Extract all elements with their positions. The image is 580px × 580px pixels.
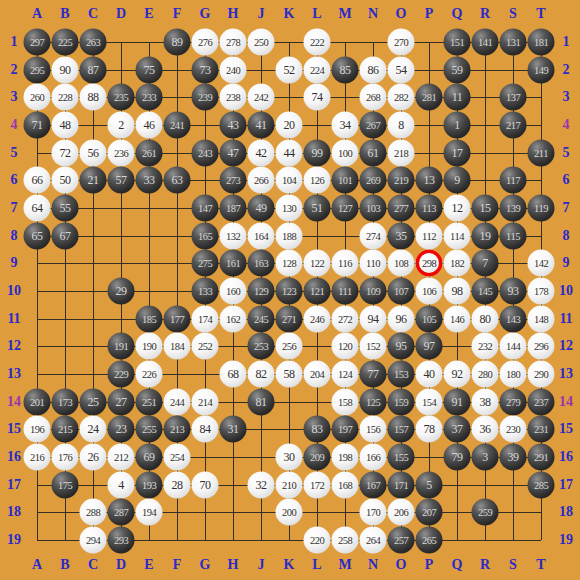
stone-K9[interactable]: 128 — [276, 250, 303, 277]
stone-O15[interactable]: 157 — [388, 416, 415, 443]
stone-J10[interactable]: 129 — [248, 277, 275, 304]
stone-N16[interactable]: 166 — [360, 443, 387, 470]
column-label-top: K — [284, 7, 295, 21]
stone-P12[interactable]: 97 — [416, 333, 443, 360]
row-label-left: 7 — [11, 201, 18, 215]
stone-S10[interactable]: 93 — [500, 277, 527, 304]
stone-O9[interactable]: 108 — [388, 250, 415, 277]
stone-S15[interactable]: 230 — [500, 416, 527, 443]
stone-J6[interactable]: 266 — [248, 167, 275, 194]
stone-L9[interactable]: 122 — [304, 250, 331, 277]
stone-L16[interactable]: 209 — [304, 443, 331, 470]
stone-O17[interactable]: 171 — [388, 471, 415, 498]
stone-O5[interactable]: 218 — [388, 139, 415, 166]
stone-J1[interactable]: 250 — [248, 29, 275, 56]
stone-D13[interactable]: 229 — [108, 360, 135, 387]
stone-O1[interactable]: 270 — [388, 29, 415, 56]
column-label-bottom: M — [338, 558, 351, 572]
stone-F6[interactable]: 63 — [164, 167, 191, 194]
stone-L3[interactable]: 74 — [304, 84, 331, 111]
stone-P7[interactable]: 113 — [416, 194, 443, 221]
stone-T13[interactable]: 290 — [528, 360, 555, 387]
stone-P10[interactable]: 106 — [416, 277, 443, 304]
stone-J13[interactable]: 82 — [248, 360, 275, 387]
column-label-bottom: C — [88, 558, 98, 572]
stone-C15[interactable]: 24 — [80, 416, 107, 443]
stone-P18[interactable]: 207 — [416, 499, 443, 526]
stone-J9[interactable]: 163 — [248, 250, 275, 277]
stone-F17[interactable]: 28 — [164, 471, 191, 498]
stone-P13[interactable]: 40 — [416, 360, 443, 387]
stone-L15[interactable]: 83 — [304, 416, 331, 443]
stone-E4[interactable]: 46 — [136, 111, 163, 138]
stone-C2[interactable]: 87 — [80, 56, 107, 83]
stone-A15[interactable]: 196 — [24, 416, 51, 443]
stone-B7[interactable]: 55 — [52, 194, 79, 221]
stone-O2[interactable]: 54 — [388, 56, 415, 83]
column-label-top: Q — [452, 7, 463, 21]
stone-K5[interactable]: 44 — [276, 139, 303, 166]
stone-B6[interactable]: 50 — [52, 167, 79, 194]
stone-R11[interactable]: 80 — [472, 305, 499, 332]
stone-Q11[interactable]: 146 — [444, 305, 471, 332]
stone-M11[interactable]: 272 — [332, 305, 359, 332]
stone-N17[interactable]: 167 — [360, 471, 387, 498]
row-label-left: 6 — [11, 173, 18, 187]
stone-N14[interactable]: 125 — [360, 388, 387, 415]
stone-G11[interactable]: 174 — [192, 305, 219, 332]
stone-R10[interactable]: 145 — [472, 277, 499, 304]
row-label-right: 14 — [559, 395, 573, 409]
stone-K16[interactable]: 30 — [276, 443, 303, 470]
stone-R15[interactable]: 36 — [472, 416, 499, 443]
stone-K18[interactable]: 200 — [276, 499, 303, 526]
stone-H9[interactable]: 161 — [220, 250, 247, 277]
stone-Q3[interactable]: 11 — [444, 84, 471, 111]
stone-T5[interactable]: 211 — [528, 139, 555, 166]
stone-O8[interactable]: 35 — [388, 222, 415, 249]
row-label-left: 1 — [11, 35, 18, 49]
stone-R16[interactable]: 3 — [472, 443, 499, 470]
stone-M13[interactable]: 124 — [332, 360, 359, 387]
stone-M6[interactable]: 101 — [332, 167, 359, 194]
stone-A16[interactable]: 216 — [24, 443, 51, 470]
stone-K7[interactable]: 130 — [276, 194, 303, 221]
stone-R1[interactable]: 141 — [472, 29, 499, 56]
stone-H4[interactable]: 43 — [220, 111, 247, 138]
stone-G9[interactable]: 275 — [192, 250, 219, 277]
stone-S8[interactable]: 115 — [500, 222, 527, 249]
go-board: AABBCCDDEEFFGGHHJJKKLLMMNNOOPPQQRRSSTT11… — [0, 0, 580, 580]
stone-R8[interactable]: 19 — [472, 222, 499, 249]
stone-J3[interactable]: 242 — [248, 84, 275, 111]
stone-J14[interactable]: 81 — [248, 388, 275, 415]
stone-L19[interactable]: 220 — [304, 526, 331, 553]
stone-Q7[interactable]: 12 — [444, 194, 471, 221]
stone-H13[interactable]: 68 — [220, 360, 247, 387]
stone-N9[interactable]: 110 — [360, 250, 387, 277]
stone-O4[interactable]: 8 — [388, 111, 415, 138]
stone-R12[interactable]: 232 — [472, 333, 499, 360]
stone-F11[interactable]: 177 — [164, 305, 191, 332]
stone-P17[interactable]: 5 — [416, 471, 443, 498]
row-label-left: 9 — [11, 256, 18, 270]
stone-N10[interactable]: 109 — [360, 277, 387, 304]
stone-L13[interactable]: 204 — [304, 360, 331, 387]
stone-L2[interactable]: 224 — [304, 56, 331, 83]
stone-G14[interactable]: 214 — [192, 388, 219, 415]
stone-E18[interactable]: 194 — [136, 499, 163, 526]
stone-A2[interactable]: 295 — [24, 56, 51, 83]
stone-K2[interactable]: 52 — [276, 56, 303, 83]
stone-M19[interactable]: 258 — [332, 526, 359, 553]
column-label-bottom: A — [32, 558, 42, 572]
stone-E13[interactable]: 226 — [136, 360, 163, 387]
stone-O16[interactable]: 155 — [388, 443, 415, 470]
stone-Q8[interactable]: 114 — [444, 222, 471, 249]
stone-O19[interactable]: 257 — [388, 526, 415, 553]
stone-J11[interactable]: 245 — [248, 305, 275, 332]
stone-P6[interactable]: 13 — [416, 167, 443, 194]
stone-K11[interactable]: 271 — [276, 305, 303, 332]
stone-H1[interactable]: 278 — [220, 29, 247, 56]
stone-G2[interactable]: 73 — [192, 56, 219, 83]
stone-C3[interactable]: 88 — [80, 84, 107, 111]
stone-E14[interactable]: 251 — [136, 388, 163, 415]
stone-S4[interactable]: 217 — [500, 111, 527, 138]
stone-Q13[interactable]: 92 — [444, 360, 471, 387]
row-label-left: 18 — [7, 505, 21, 519]
stone-O14[interactable]: 159 — [388, 388, 415, 415]
stone-H3[interactable]: 238 — [220, 84, 247, 111]
stone-M10[interactable]: 111 — [332, 277, 359, 304]
stone-D15[interactable]: 23 — [108, 416, 135, 443]
stone-K10[interactable]: 123 — [276, 277, 303, 304]
stone-G15[interactable]: 84 — [192, 416, 219, 443]
stone-S1[interactable]: 131 — [500, 29, 527, 56]
stone-N5[interactable]: 61 — [360, 139, 387, 166]
stone-M7[interactable]: 127 — [332, 194, 359, 221]
column-label-bottom: E — [144, 558, 153, 572]
row-label-right: 7 — [563, 201, 570, 215]
column-label-top: G — [200, 7, 211, 21]
stone-E16[interactable]: 69 — [136, 443, 163, 470]
stone-L7[interactable]: 51 — [304, 194, 331, 221]
stone-H2[interactable]: 240 — [220, 56, 247, 83]
row-label-left: 10 — [7, 284, 21, 298]
stone-B17[interactable]: 175 — [52, 471, 79, 498]
column-label-top: T — [536, 7, 545, 21]
stone-H5[interactable]: 47 — [220, 139, 247, 166]
stone-B16[interactable]: 176 — [52, 443, 79, 470]
stone-M15[interactable]: 197 — [332, 416, 359, 443]
stone-J8[interactable]: 164 — [248, 222, 275, 249]
stone-M14[interactable]: 158 — [332, 388, 359, 415]
stone-P11[interactable]: 105 — [416, 305, 443, 332]
stone-N3[interactable]: 268 — [360, 84, 387, 111]
stone-E12[interactable]: 190 — [136, 333, 163, 360]
row-label-right: 19 — [559, 533, 573, 547]
stone-R14[interactable]: 38 — [472, 388, 499, 415]
row-label-left: 16 — [7, 450, 21, 464]
stone-J17[interactable]: 32 — [248, 471, 275, 498]
stone-F12[interactable]: 184 — [164, 333, 191, 360]
stone-C14[interactable]: 25 — [80, 388, 107, 415]
column-label-bottom: L — [312, 558, 321, 572]
stone-D6[interactable]: 57 — [108, 167, 135, 194]
stone-S7[interactable]: 139 — [500, 194, 527, 221]
stone-A8[interactable]: 65 — [24, 222, 51, 249]
column-label-top: B — [60, 7, 69, 21]
stone-O18[interactable]: 206 — [388, 499, 415, 526]
stone-N4[interactable]: 267 — [360, 111, 387, 138]
stone-R18[interactable]: 259 — [472, 499, 499, 526]
stone-G10[interactable]: 133 — [192, 277, 219, 304]
row-label-left: 17 — [7, 478, 21, 492]
stone-P9[interactable]: 298 — [416, 250, 443, 277]
stone-S3[interactable]: 137 — [500, 84, 527, 111]
stone-C6[interactable]: 21 — [80, 167, 107, 194]
stone-B8[interactable]: 67 — [52, 222, 79, 249]
stone-M16[interactable]: 198 — [332, 443, 359, 470]
stone-S14[interactable]: 279 — [500, 388, 527, 415]
stone-P19[interactable]: 265 — [416, 526, 443, 553]
row-label-right: 11 — [559, 312, 572, 326]
stone-P15[interactable]: 78 — [416, 416, 443, 443]
row-label-right: 16 — [559, 450, 573, 464]
stone-M12[interactable]: 120 — [332, 333, 359, 360]
stone-D19[interactable]: 293 — [108, 526, 135, 553]
stone-O10[interactable]: 107 — [388, 277, 415, 304]
stone-D10[interactable]: 29 — [108, 277, 135, 304]
row-label-left: 4 — [11, 118, 18, 132]
stone-M17[interactable]: 168 — [332, 471, 359, 498]
stone-D16[interactable]: 212 — [108, 443, 135, 470]
stone-A7[interactable]: 64 — [24, 194, 51, 221]
stone-R7[interactable]: 15 — [472, 194, 499, 221]
stone-Q16[interactable]: 79 — [444, 443, 471, 470]
stone-T7[interactable]: 119 — [528, 194, 555, 221]
stone-D3[interactable]: 235 — [108, 84, 135, 111]
stone-N7[interactable]: 103 — [360, 194, 387, 221]
stone-C16[interactable]: 26 — [80, 443, 107, 470]
stone-A3[interactable]: 260 — [24, 84, 51, 111]
stone-M5[interactable]: 100 — [332, 139, 359, 166]
stone-R9[interactable]: 7 — [472, 250, 499, 277]
row-label-left: 14 — [7, 395, 21, 409]
stone-S16[interactable]: 39 — [500, 443, 527, 470]
stone-J5[interactable]: 42 — [248, 139, 275, 166]
stone-G12[interactable]: 252 — [192, 333, 219, 360]
stone-B5[interactable]: 72 — [52, 139, 79, 166]
row-label-left: 2 — [11, 63, 18, 77]
stone-T2[interactable]: 149 — [528, 56, 555, 83]
stone-F4[interactable]: 241 — [164, 111, 191, 138]
row-label-right: 2 — [563, 63, 570, 77]
stone-P3[interactable]: 281 — [416, 84, 443, 111]
stone-D12[interactable]: 191 — [108, 333, 135, 360]
stone-C5[interactable]: 56 — [80, 139, 107, 166]
stone-S13[interactable]: 180 — [500, 360, 527, 387]
stone-F16[interactable]: 254 — [164, 443, 191, 470]
stone-A1[interactable]: 297 — [24, 29, 51, 56]
stone-N6[interactable]: 269 — [360, 167, 387, 194]
stone-T14[interactable]: 237 — [528, 388, 555, 415]
stone-Q5[interactable]: 17 — [444, 139, 471, 166]
stone-O13[interactable]: 153 — [388, 360, 415, 387]
column-label-bottom: K — [284, 558, 295, 572]
stone-Q4[interactable]: 1 — [444, 111, 471, 138]
stone-J4[interactable]: 41 — [248, 111, 275, 138]
stone-G5[interactable]: 243 — [192, 139, 219, 166]
column-label-top: N — [368, 7, 378, 21]
stone-S6[interactable]: 117 — [500, 167, 527, 194]
stone-P8[interactable]: 112 — [416, 222, 443, 249]
stone-Q6[interactable]: 9 — [444, 167, 471, 194]
stone-O3[interactable]: 282 — [388, 84, 415, 111]
stone-D4[interactable]: 2 — [108, 111, 135, 138]
stone-B14[interactable]: 173 — [52, 388, 79, 415]
stone-J12[interactable]: 253 — [248, 333, 275, 360]
stone-D5[interactable]: 236 — [108, 139, 135, 166]
stone-E17[interactable]: 193 — [136, 471, 163, 498]
stone-M9[interactable]: 116 — [332, 250, 359, 277]
stone-K17[interactable]: 210 — [276, 471, 303, 498]
stone-L6[interactable]: 126 — [304, 167, 331, 194]
stone-A6[interactable]: 66 — [24, 167, 51, 194]
stone-B4[interactable]: 48 — [52, 111, 79, 138]
stone-N2[interactable]: 86 — [360, 56, 387, 83]
column-label-bottom: F — [173, 558, 182, 572]
stone-S12[interactable]: 144 — [500, 333, 527, 360]
stone-T17[interactable]: 285 — [528, 471, 555, 498]
stone-O7[interactable]: 277 — [388, 194, 415, 221]
column-label-bottom: B — [60, 558, 69, 572]
stone-Q15[interactable]: 37 — [444, 416, 471, 443]
stone-E5[interactable]: 261 — [136, 139, 163, 166]
stone-G1[interactable]: 276 — [192, 29, 219, 56]
stone-N12[interactable]: 152 — [360, 333, 387, 360]
stone-N19[interactable]: 264 — [360, 526, 387, 553]
stone-F15[interactable]: 213 — [164, 416, 191, 443]
row-label-left: 5 — [11, 146, 18, 160]
stone-H15[interactable]: 31 — [220, 416, 247, 443]
stone-F1[interactable]: 89 — [164, 29, 191, 56]
stone-C19[interactable]: 294 — [80, 526, 107, 553]
stone-H7[interactable]: 187 — [220, 194, 247, 221]
stone-F14[interactable]: 244 — [164, 388, 191, 415]
row-label-right: 15 — [559, 422, 573, 436]
stone-T1[interactable]: 181 — [528, 29, 555, 56]
stone-T16[interactable]: 291 — [528, 443, 555, 470]
stone-T11[interactable]: 148 — [528, 305, 555, 332]
stone-Q9[interactable]: 182 — [444, 250, 471, 277]
stone-E11[interactable]: 185 — [136, 305, 163, 332]
stone-S11[interactable]: 143 — [500, 305, 527, 332]
column-label-top: P — [425, 7, 434, 21]
stone-T15[interactable]: 231 — [528, 416, 555, 443]
stone-C18[interactable]: 288 — [80, 499, 107, 526]
stone-D18[interactable]: 287 — [108, 499, 135, 526]
stone-L5[interactable]: 99 — [304, 139, 331, 166]
stone-Q1[interactable]: 151 — [444, 29, 471, 56]
stone-G7[interactable]: 147 — [192, 194, 219, 221]
stone-A14[interactable]: 201 — [24, 388, 51, 415]
stone-T10[interactable]: 178 — [528, 277, 555, 304]
column-label-bottom: Q — [452, 558, 463, 572]
stone-Q2[interactable]: 59 — [444, 56, 471, 83]
stone-C1[interactable]: 263 — [80, 29, 107, 56]
stone-G8[interactable]: 165 — [192, 222, 219, 249]
stone-O12[interactable]: 95 — [388, 333, 415, 360]
stone-O6[interactable]: 219 — [388, 167, 415, 194]
stone-H10[interactable]: 160 — [220, 277, 247, 304]
stone-L17[interactable]: 172 — [304, 471, 331, 498]
row-label-left: 15 — [7, 422, 21, 436]
stone-H11[interactable]: 162 — [220, 305, 247, 332]
stone-G3[interactable]: 239 — [192, 84, 219, 111]
stone-B1[interactable]: 225 — [52, 29, 79, 56]
stone-K4[interactable]: 20 — [276, 111, 303, 138]
stone-E2[interactable]: 75 — [136, 56, 163, 83]
stone-A4[interactable]: 71 — [24, 111, 51, 138]
stone-P14[interactable]: 154 — [416, 388, 443, 415]
stone-L1[interactable]: 222 — [304, 29, 331, 56]
stone-E15[interactable]: 255 — [136, 416, 163, 443]
stone-N11[interactable]: 94 — [360, 305, 387, 332]
stone-K12[interactable]: 256 — [276, 333, 303, 360]
stone-L11[interactable]: 246 — [304, 305, 331, 332]
stone-E3[interactable]: 233 — [136, 84, 163, 111]
stone-L10[interactable]: 121 — [304, 277, 331, 304]
stone-G17[interactable]: 70 — [192, 471, 219, 498]
column-label-bottom: P — [425, 558, 434, 572]
stone-B3[interactable]: 228 — [52, 84, 79, 111]
stone-H6[interactable]: 273 — [220, 167, 247, 194]
stone-T9[interactable]: 142 — [528, 250, 555, 277]
stone-O11[interactable]: 96 — [388, 305, 415, 332]
stone-M2[interactable]: 85 — [332, 56, 359, 83]
stone-E6[interactable]: 33 — [136, 167, 163, 194]
column-label-top: S — [509, 7, 517, 21]
stone-N13[interactable]: 77 — [360, 360, 387, 387]
stone-D14[interactable]: 27 — [108, 388, 135, 415]
stone-K6[interactable]: 104 — [276, 167, 303, 194]
stone-M4[interactable]: 34 — [332, 111, 359, 138]
stone-K8[interactable]: 188 — [276, 222, 303, 249]
stone-Q14[interactable]: 91 — [444, 388, 471, 415]
column-label-bottom: S — [509, 558, 517, 572]
stone-J7[interactable]: 49 — [248, 194, 275, 221]
stone-N15[interactable]: 156 — [360, 416, 387, 443]
row-label-left: 8 — [11, 229, 18, 243]
stone-N18[interactable]: 170 — [360, 499, 387, 526]
row-label-left: 3 — [11, 90, 18, 104]
column-label-bottom: H — [228, 558, 239, 572]
stone-B2[interactable]: 90 — [52, 56, 79, 83]
column-label-bottom: N — [368, 558, 378, 572]
row-label-right: 13 — [559, 367, 573, 381]
stone-H8[interactable]: 132 — [220, 222, 247, 249]
stone-K13[interactable]: 58 — [276, 360, 303, 387]
stone-D17[interactable]: 4 — [108, 471, 135, 498]
stone-N8[interactable]: 274 — [360, 222, 387, 249]
stone-R13[interactable]: 280 — [472, 360, 499, 387]
stone-Q10[interactable]: 98 — [444, 277, 471, 304]
stone-T12[interactable]: 296 — [528, 333, 555, 360]
row-label-right: 9 — [563, 256, 570, 270]
stone-B15[interactable]: 215 — [52, 416, 79, 443]
